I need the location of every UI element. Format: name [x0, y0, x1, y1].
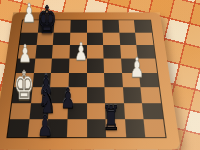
square-d8[interactable]: [70, 20, 86, 32]
piece-white-king-b2[interactable]: ♚: [14, 66, 35, 105]
square-b6[interactable]: [34, 45, 52, 58]
piece-white-pawn-g4[interactable]: ♟: [130, 54, 144, 82]
piece-white-pawn-a8[interactable]: ♟: [22, 0, 36, 26]
square-g1[interactable]: [124, 119, 145, 137]
square-e7[interactable]: [86, 32, 103, 45]
square-h7[interactable]: [135, 32, 153, 45]
square-g8[interactable]: [118, 20, 135, 32]
chess-photo: ♟♚♟♟♟♚♟♟♞♟♜: [0, 0, 200, 150]
square-e5[interactable]: [86, 58, 104, 72]
square-c6[interactable]: [52, 45, 70, 58]
square-f6[interactable]: [103, 45, 121, 58]
square-g3[interactable]: [122, 87, 142, 103]
square-c5[interactable]: [51, 58, 69, 72]
piece-white-pawn-d5[interactable]: ♟: [75, 39, 88, 64]
square-g7[interactable]: [119, 32, 137, 45]
square-f4[interactable]: [104, 72, 123, 87]
square-h3[interactable]: [140, 87, 160, 103]
piece-black-pawn-d2[interactable]: ♟: [61, 85, 75, 113]
square-h2[interactable]: [142, 102, 163, 119]
square-h1[interactable]: [143, 119, 164, 137]
piece-black-king-c7[interactable]: ♚: [37, 1, 57, 39]
square-e4[interactable]: [86, 72, 104, 87]
square-f7[interactable]: [102, 32, 119, 45]
square-g2[interactable]: [123, 102, 143, 119]
square-f5[interactable]: [103, 58, 121, 72]
piece-black-pawn-c1[interactable]: ♟: [37, 111, 52, 140]
square-e6[interactable]: [86, 45, 103, 58]
square-h8[interactable]: [134, 20, 151, 32]
square-e8[interactable]: [86, 20, 102, 32]
square-a1[interactable]: [7, 119, 28, 137]
piece-black-rook-f1[interactable]: ♜: [102, 102, 120, 135]
square-f8[interactable]: [102, 20, 119, 32]
square-d1[interactable]: [66, 119, 86, 137]
